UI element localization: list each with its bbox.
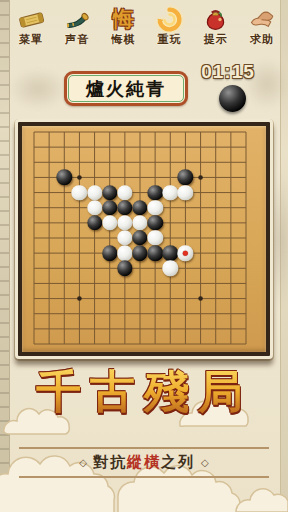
rank-badge: 爐火純青 <box>64 71 188 106</box>
regret-glyph: 悔 <box>113 6 134 33</box>
white-stone <box>117 245 132 260</box>
regret-glyph-icon: 悔 <box>110 6 137 33</box>
white-stone <box>87 185 102 200</box>
white-stone <box>178 245 193 260</box>
goban[interactable] <box>34 132 246 344</box>
subtitle-part-1: 對抗 <box>93 453 127 472</box>
goban-wood <box>22 126 266 352</box>
black-stone <box>178 170 193 185</box>
subtitle-part-2: 縱橫 <box>127 453 161 472</box>
hint-button[interactable]: 提示 <box>193 6 239 46</box>
black-stone <box>102 185 117 200</box>
gomoku-app: 菜單 声音 悔 悔棋 <box>0 0 288 512</box>
timer: 01:15 <box>198 61 258 83</box>
white-stone <box>132 215 147 230</box>
black-stone <box>132 230 147 245</box>
black-stone <box>57 170 72 185</box>
white-stone <box>163 261 178 276</box>
black-stone <box>163 245 178 260</box>
white-stone <box>87 200 102 215</box>
pouch-icon <box>202 6 229 33</box>
black-stone <box>102 200 117 215</box>
menu-label: 菜單 <box>19 33 43 46</box>
black-stone <box>132 245 147 260</box>
help-label: 求助 <box>250 33 274 46</box>
diamond-ornament-right: ◇ <box>201 457 209 468</box>
white-stone <box>147 230 162 245</box>
black-stone <box>132 200 147 215</box>
white-stone <box>147 200 162 215</box>
black-stone <box>117 200 132 215</box>
black-stone <box>117 261 132 276</box>
horn-icon <box>64 6 91 33</box>
rank-badge-inner-frame: 爐火純青 <box>68 75 184 102</box>
scroll-icon <box>18 6 45 33</box>
help-button[interactable]: 求助 <box>239 6 285 46</box>
black-stone <box>147 245 162 260</box>
undo-button[interactable]: 悔 悔棋 <box>100 6 146 46</box>
goban-frame <box>15 119 273 359</box>
subtitle-banner: ◇ 對抗 縱橫 之列 ◇ <box>19 447 269 478</box>
goban-stones <box>34 132 246 344</box>
white-stone <box>117 185 132 200</box>
hint-label: 提示 <box>204 33 228 46</box>
handshake-icon <box>248 6 275 33</box>
white-stone <box>117 215 132 230</box>
swirl-icon <box>156 6 183 33</box>
last-move-marker <box>183 251 188 256</box>
black-turn-indicator-stone <box>219 85 246 112</box>
white-stone <box>102 215 117 230</box>
black-stone <box>147 215 162 230</box>
subtitle-part-3: 之列 <box>161 453 195 472</box>
white-stone <box>72 185 87 200</box>
rank-label: 爐火純青 <box>86 77 166 101</box>
white-stone <box>117 230 132 245</box>
restart-label: 重玩 <box>158 33 182 46</box>
black-stone <box>147 185 162 200</box>
black-stone <box>87 215 102 230</box>
page-title: 千古殘局 <box>0 362 288 422</box>
black-stone <box>102 245 117 260</box>
sound-label: 声音 <box>65 33 89 46</box>
toolbar: 菜單 声音 悔 悔棋 <box>8 6 285 46</box>
restart-button[interactable]: 重玩 <box>147 6 193 46</box>
white-stone <box>163 185 178 200</box>
menu-button[interactable]: 菜單 <box>8 6 54 46</box>
landscape-mist-decor <box>8 68 68 110</box>
undo-label: 悔棋 <box>111 33 135 46</box>
diamond-ornament-left: ◇ <box>79 457 87 468</box>
white-stone <box>178 185 193 200</box>
sound-button[interactable]: 声音 <box>54 6 100 46</box>
